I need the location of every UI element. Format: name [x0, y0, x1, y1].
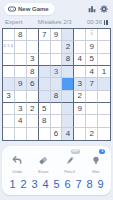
cell-r4c1[interactable]	[3, 66, 15, 78]
given-digit: 6	[54, 130, 58, 138]
given-digit: 8	[30, 68, 34, 76]
numpad-3[interactable]: 3	[30, 179, 39, 190]
cell-r1c6[interactable]	[62, 29, 74, 41]
cell-r2c6[interactable]: 2	[62, 41, 74, 53]
cell-r9c6[interactable]: 4	[62, 128, 74, 140]
cell-r5c9[interactable]	[98, 78, 110, 90]
cell-r7c9[interactable]	[98, 103, 110, 115]
hint-button[interactable]: 3 Hint	[86, 151, 106, 174]
cell-r4c3[interactable]: 8	[27, 66, 39, 78]
cell-r5c7[interactable]: 3	[74, 78, 86, 90]
cell-r7c2[interactable]: 3	[15, 103, 27, 115]
cell-r9c9[interactable]	[98, 128, 110, 140]
given-digit: 9	[89, 43, 93, 51]
pencil-notes: 25	[86, 29, 97, 40]
timer: 00:36	[87, 19, 102, 25]
cell-r8c8[interactable]	[86, 115, 98, 127]
cell-r4c4[interactable]	[39, 66, 51, 78]
cell-r1c8[interactable]: 25	[86, 29, 98, 41]
cell-r9c3[interactable]	[27, 128, 39, 140]
mistakes-counter: Mistakes 2/3	[38, 19, 72, 25]
gamepad-icon	[8, 6, 16, 13]
top-icons	[88, 5, 108, 13]
hint-count-badge: 3	[99, 149, 105, 155]
cell-r7c1[interactable]	[3, 103, 15, 115]
cell-r2c5[interactable]	[51, 41, 63, 53]
given-digit: 2	[30, 105, 34, 113]
given-digit: 2	[78, 92, 82, 100]
cell-r2c8[interactable]: 9	[86, 41, 98, 53]
toolbar: Undo Erase OFF Pencil 3 Hint	[4, 151, 109, 174]
cell-r5c4[interactable]	[39, 78, 51, 90]
given-digit: 3	[30, 55, 34, 63]
erase-label: Erase	[38, 170, 48, 174]
new-game-button[interactable]: New Game	[4, 3, 55, 15]
cell-r6c4[interactable]	[39, 91, 51, 103]
cell-r5c6[interactable]	[62, 78, 74, 90]
cell-r6c2[interactable]	[15, 91, 27, 103]
given-digit: 8	[42, 117, 46, 125]
cell-r8c3[interactable]	[27, 115, 39, 127]
given-digit: 7	[89, 80, 93, 88]
given-digit: 4	[89, 68, 93, 76]
cell-r7c6[interactable]	[62, 103, 74, 115]
given-digit: 1	[102, 68, 106, 76]
numpad-6[interactable]: 6	[63, 179, 72, 190]
cell-r1c7[interactable]	[74, 29, 86, 41]
given-digit: 3	[18, 105, 22, 113]
top-bar: New Game	[0, 0, 113, 15]
cell-r9c4[interactable]	[39, 128, 51, 140]
cell-r8c6[interactable]	[62, 115, 74, 127]
cell-r4c6[interactable]	[62, 66, 74, 78]
undo-label: Undo	[12, 170, 22, 174]
cell-r9c7[interactable]	[74, 128, 86, 140]
erase-button[interactable]: Erase	[33, 151, 53, 174]
cell-r6c8[interactable]	[86, 91, 98, 103]
numpad-8[interactable]: 8	[85, 179, 94, 190]
cell-r5c2[interactable]: 9	[15, 78, 27, 90]
numpad-2[interactable]: 2	[19, 179, 28, 190]
cell-r7c7[interactable]: 9	[74, 103, 86, 115]
numpad: 123456789	[4, 179, 109, 190]
cell-r2c2[interactable]	[15, 41, 27, 53]
cell-r9c5[interactable]: 6	[51, 128, 63, 140]
numpad-5[interactable]: 5	[52, 179, 61, 190]
cell-r5c5[interactable]	[51, 78, 63, 90]
numpad-7[interactable]: 7	[74, 179, 83, 190]
cell-r8c1[interactable]	[3, 115, 15, 127]
cell-r7c4[interactable]: 5	[39, 103, 51, 115]
given-digit: 9	[54, 31, 58, 39]
cell-r6c1[interactable]: 3	[3, 91, 15, 103]
cell-r5c1[interactable]	[3, 78, 15, 90]
cell-r1c1[interactable]	[3, 29, 15, 41]
eraser-icon	[38, 151, 48, 169]
cell-r6c5[interactable]: 8	[51, 91, 63, 103]
info-row: Expert Mistakes 2/3 00:36	[0, 19, 113, 25]
numpad-9[interactable]: 9	[96, 179, 105, 190]
pencil-off-badge: OFF	[71, 149, 80, 154]
cell-r3c6[interactable]: 8	[62, 54, 74, 66]
cell-r1c5[interactable]: 9	[51, 29, 63, 41]
bottom-card: Undo Erase OFF Pencil 3 Hint 123456789	[2, 146, 111, 195]
cell-r8c4[interactable]: 8	[39, 115, 51, 127]
cell-r2c4[interactable]	[39, 41, 51, 53]
cell-r1c2[interactable]: 8	[15, 29, 27, 41]
cell-r8c2[interactable]: 4	[15, 115, 27, 127]
cell-r4c8[interactable]: 4	[86, 66, 98, 78]
cell-r4c7[interactable]	[74, 66, 86, 78]
cell-r5c3[interactable]: 6	[27, 78, 39, 90]
cell-r9c2[interactable]	[15, 128, 27, 140]
pencil-label: Pencil	[64, 170, 75, 174]
given-digit: 2	[89, 130, 93, 138]
cell-r1c3[interactable]	[27, 29, 39, 41]
given-digit: 5	[42, 105, 46, 113]
cell-r3c3[interactable]: 3	[27, 54, 39, 66]
given-digit: 4	[78, 55, 82, 63]
cell-r8c9[interactable]	[98, 115, 110, 127]
cell-r3c2[interactable]	[15, 54, 27, 66]
given-digit: 3	[78, 80, 82, 88]
given-digit: 8	[54, 92, 58, 100]
pause-button[interactable]	[104, 20, 108, 25]
undo-button[interactable]: Undo	[7, 151, 27, 174]
given-digit: 8	[18, 31, 22, 39]
cell-r9c8[interactable]: 2	[86, 128, 98, 140]
given-digit: 9	[18, 80, 22, 88]
cell-r6c7[interactable]: 2	[74, 91, 86, 103]
settings-gear-icon[interactable]	[100, 5, 108, 13]
pencil-notes: 456	[3, 41, 14, 52]
cell-r8c5[interactable]	[51, 115, 63, 127]
difficulty-label: Expert	[5, 19, 22, 25]
leaderboard-icon[interactable]	[88, 5, 96, 13]
cell-r4c2[interactable]	[15, 66, 27, 78]
given-digit: 8	[66, 55, 70, 63]
pencil-button[interactable]: OFF Pencil	[60, 151, 80, 174]
cell-r7c5[interactable]	[51, 103, 63, 115]
cell-r3c7[interactable]: 4	[74, 54, 86, 66]
cell-r6c6[interactable]	[62, 91, 74, 103]
given-digit: 7	[42, 31, 46, 39]
given-digit: 3	[6, 92, 10, 100]
cell-r2c1[interactable]: 456	[3, 41, 15, 53]
cell-r4c9[interactable]: 1	[98, 66, 110, 78]
given-digit: 2	[66, 43, 70, 51]
hint-label: Hint	[92, 170, 99, 174]
cell-r1c9[interactable]	[98, 29, 110, 41]
numpad-1[interactable]: 1	[8, 179, 17, 190]
cell-r1c4[interactable]: 7	[39, 29, 51, 41]
cell-r2c9[interactable]	[98, 41, 110, 53]
cell-r8c7[interactable]	[74, 115, 86, 127]
given-digit: 4	[66, 130, 70, 138]
cell-r3c1[interactable]	[3, 54, 15, 66]
undo-icon	[12, 151, 22, 169]
board: 8792545629384583419637382325948642	[2, 28, 111, 141]
cell-r3c8[interactable]: 5	[86, 54, 98, 66]
new-game-label: New Game	[18, 6, 49, 12]
cell-r5c8[interactable]: 7	[86, 78, 98, 90]
cell-r6c9[interactable]	[98, 91, 110, 103]
given-digit: 9	[78, 105, 82, 113]
cell-r7c3[interactable]: 2	[27, 103, 39, 115]
user-digit: 3	[54, 68, 58, 76]
cell-r2c3[interactable]	[27, 41, 39, 53]
given-digit: 4	[18, 117, 22, 125]
cell-r4c5[interactable]: 3	[51, 66, 63, 78]
cell-r3c5[interactable]	[51, 54, 63, 66]
numpad-4[interactable]: 4	[41, 179, 50, 190]
cell-r9c1[interactable]	[3, 128, 15, 140]
cell-r7c8[interactable]	[86, 103, 98, 115]
cell-r3c4[interactable]	[39, 54, 51, 66]
cell-r2c7[interactable]	[74, 41, 86, 53]
cell-r6c3[interactable]	[27, 91, 39, 103]
cell-r3c9[interactable]	[98, 54, 110, 66]
given-digit: 6	[30, 80, 34, 88]
given-digit: 5	[89, 55, 93, 63]
